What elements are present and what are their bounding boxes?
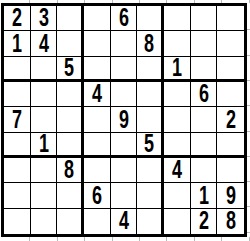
cell-r7c9[interactable]	[217, 158, 244, 183]
cell-r7c8[interactable]	[191, 158, 218, 183]
cell-r8c7[interactable]	[164, 183, 191, 208]
cell-r3c2[interactable]	[31, 57, 58, 82]
cell-r1c7[interactable]	[164, 6, 191, 31]
cell-r5c9[interactable]: 2	[217, 107, 244, 132]
cell-r4c3[interactable]	[57, 82, 84, 107]
right-gridline-ticks	[247, 5, 250, 241]
given-digit: 7	[12, 107, 22, 132]
cell-r6c4[interactable]	[84, 133, 111, 158]
given-digit: 6	[198, 82, 208, 107]
cell-r1c4[interactable]	[84, 6, 111, 31]
cell-r6c7[interactable]	[164, 133, 191, 158]
cell-r5c3[interactable]	[57, 107, 84, 132]
given-digit: 1	[12, 31, 22, 56]
cell-r6c6[interactable]: 5	[137, 133, 164, 158]
cell-r8c6[interactable]	[137, 183, 164, 208]
cell-r8c3[interactable]	[57, 183, 84, 208]
cell-r9c3[interactable]	[57, 209, 84, 234]
cell-r1c2[interactable]: 3	[31, 6, 58, 31]
given-digit: 1	[38, 133, 48, 157]
cell-r6c9[interactable]	[217, 133, 244, 158]
cell-r4c4[interactable]: 4	[84, 82, 111, 107]
cell-r3c3[interactable]: 5	[57, 57, 84, 82]
cell-r4c2[interactable]	[31, 82, 58, 107]
given-digit: 2	[12, 6, 22, 31]
given-digit: 3	[38, 6, 48, 31]
given-digit: 9	[226, 183, 236, 208]
cell-r6c3[interactable]	[57, 133, 84, 158]
cell-r5c7[interactable]	[164, 107, 191, 132]
cell-r7c4[interactable]	[84, 158, 111, 183]
cell-r1c5[interactable]: 6	[111, 6, 138, 31]
cell-r8c2[interactable]	[31, 183, 58, 208]
cell-r1c1[interactable]: 2	[4, 6, 31, 31]
cell-r3c5[interactable]	[111, 57, 138, 82]
cell-r1c8[interactable]	[191, 6, 218, 31]
cell-r7c5[interactable]	[111, 158, 138, 183]
cell-r6c2[interactable]: 1	[31, 133, 58, 158]
cell-r2c2[interactable]: 4	[31, 31, 58, 56]
cell-r2c3[interactable]	[57, 31, 84, 56]
bottom-gridline-ticks	[3, 237, 250, 241]
cell-r7c7[interactable]: 4	[164, 158, 191, 183]
cell-r1c6[interactable]	[137, 6, 164, 31]
cell-r3c9[interactable]	[217, 57, 244, 82]
cell-r1c3[interactable]	[57, 6, 84, 31]
cell-r8c4[interactable]: 6	[84, 183, 111, 208]
cell-r2c8[interactable]	[191, 31, 218, 56]
given-digit: 5	[64, 57, 74, 81]
given-digit: 6	[118, 6, 128, 31]
given-digit: 4	[172, 158, 182, 183]
given-digit: 4	[118, 209, 128, 234]
cell-r6c1[interactable]	[4, 133, 31, 158]
given-digit: 8	[64, 158, 74, 183]
cell-r4c6[interactable]	[137, 82, 164, 107]
given-digit: 1	[172, 57, 182, 81]
cell-r3c4[interactable]	[84, 57, 111, 82]
cell-r3c7[interactable]: 1	[164, 57, 191, 82]
cell-r4c9[interactable]	[217, 82, 244, 107]
cell-r8c5[interactable]	[111, 183, 138, 208]
cell-r5c6[interactable]	[137, 107, 164, 132]
given-digit: 2	[226, 107, 236, 132]
given-digit: 4	[38, 31, 48, 56]
given-digit: 1	[198, 183, 208, 208]
cell-r9c5[interactable]: 4	[111, 209, 138, 234]
cell-r5c1[interactable]: 7	[4, 107, 31, 132]
sudoku-board: 23614851467921584619428	[1, 3, 247, 237]
cell-r8c8[interactable]: 1	[191, 183, 218, 208]
cell-r2c1[interactable]: 1	[4, 31, 31, 56]
cell-r2c9[interactable]	[217, 31, 244, 56]
cell-r6c5[interactable]	[111, 133, 138, 158]
cell-r9c2[interactable]	[31, 209, 58, 234]
given-digit: 6	[92, 183, 102, 208]
cell-r2c5[interactable]	[111, 31, 138, 56]
given-digit: 4	[92, 82, 102, 107]
cell-r9c1[interactable]	[4, 209, 31, 234]
given-digit: 9	[118, 107, 128, 132]
given-digit: 8	[226, 209, 236, 234]
cell-r7c1[interactable]	[4, 158, 31, 183]
cell-r5c5[interactable]: 9	[111, 107, 138, 132]
cell-r9c6[interactable]	[137, 209, 164, 234]
given-digit: 2	[198, 209, 208, 234]
cell-r5c2[interactable]	[31, 107, 58, 132]
cell-r2c4[interactable]	[84, 31, 111, 56]
given-digit: 8	[144, 31, 154, 56]
cell-r9c7[interactable]	[164, 209, 191, 234]
cell-r7c3[interactable]: 8	[57, 158, 84, 183]
given-digit: 5	[144, 133, 154, 157]
cell-r3c1[interactable]	[4, 57, 31, 82]
cell-r3c8[interactable]	[191, 57, 218, 82]
cell-r8c1[interactable]	[4, 183, 31, 208]
cell-r6c8[interactable]	[191, 133, 218, 158]
cell-r2c7[interactable]	[164, 31, 191, 56]
cell-r7c2[interactable]	[31, 158, 58, 183]
cell-r8c9[interactable]: 9	[217, 183, 244, 208]
cell-r7c6[interactable]	[137, 158, 164, 183]
cell-r2c6[interactable]: 8	[137, 31, 164, 56]
cell-r5c8[interactable]	[191, 107, 218, 132]
cell-r1c9[interactable]	[217, 6, 244, 31]
cell-r4c8[interactable]: 6	[191, 82, 218, 107]
cell-r9c9[interactable]: 8	[217, 209, 244, 234]
cell-r9c8[interactable]: 2	[191, 209, 218, 234]
cell-r4c1[interactable]	[4, 82, 31, 107]
cell-r4c7[interactable]	[164, 82, 191, 107]
cell-r5c4[interactable]	[84, 107, 111, 132]
sudoku-puzzle: 23614851467921584619428	[0, 0, 250, 241]
cell-r4c5[interactable]	[111, 82, 138, 107]
cell-r3c6[interactable]	[137, 57, 164, 82]
cell-r9c4[interactable]	[84, 209, 111, 234]
